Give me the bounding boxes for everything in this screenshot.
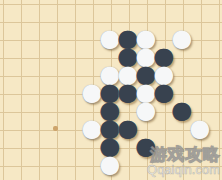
board-intersection[interactable] [157,121,175,139]
board-intersection[interactable] [31,13,49,31]
board-intersection[interactable] [157,0,175,13]
board-intersection[interactable] [67,31,85,49]
board-intersection[interactable] [121,157,139,175]
board-intersection[interactable] [67,49,85,67]
board-intersection[interactable] [67,157,85,175]
board-grid[interactable]: ●●●●●●●●●●●●●●●●●●●●●●●●●● [0,0,222,175]
board-intersection[interactable] [13,13,31,31]
board-intersection[interactable] [0,85,13,103]
white-stone: ● [101,29,119,47]
board-intersection[interactable] [31,103,49,121]
board-intersection[interactable] [0,0,13,13]
board-intersection[interactable] [49,103,67,121]
board-intersection[interactable] [49,157,67,175]
board-intersection[interactable] [103,0,121,13]
board-intersection[interactable] [175,49,193,67]
white-stone: ● [101,155,119,173]
board-intersection[interactable] [49,85,67,103]
white-stone: ● [173,29,191,47]
board-intersection[interactable] [13,85,31,103]
board-intersection[interactable] [175,139,193,157]
board-intersection[interactable]: ● [175,31,193,49]
board-intersection[interactable] [31,85,49,103]
board-intersection[interactable] [0,13,13,31]
board-intersection[interactable] [13,31,31,49]
board-intersection[interactable] [49,121,67,139]
board-intersection[interactable] [157,139,175,157]
board-intersection[interactable] [31,157,49,175]
black-stone: ● [119,83,137,101]
board-intersection[interactable] [139,0,157,13]
board-intersection[interactable] [31,67,49,85]
board-intersection[interactable] [211,103,222,121]
board-intersection[interactable] [175,67,193,85]
white-stone: ● [137,101,155,119]
board-intersection[interactable] [13,139,31,157]
board-intersection[interactable] [193,13,211,31]
board-intersection[interactable] [31,121,49,139]
board-intersection[interactable] [67,139,85,157]
board-intersection[interactable] [211,13,222,31]
black-stone: ● [137,137,155,155]
black-stone: ● [119,119,137,137]
board-intersection[interactable] [31,0,49,13]
board-intersection[interactable] [157,157,175,175]
board-intersection[interactable] [211,0,222,13]
board-intersection[interactable] [0,139,13,157]
board-intersection[interactable] [0,67,13,85]
board-intersection[interactable] [193,31,211,49]
board-intersection[interactable] [49,67,67,85]
board-intersection[interactable] [121,0,139,13]
black-stone: ● [173,101,191,119]
board-intersection[interactable] [211,31,222,49]
board-intersection[interactable]: ● [139,139,157,157]
board-intersection[interactable] [67,0,85,13]
board-intersection[interactable] [49,0,67,13]
board-intersection[interactable] [0,49,13,67]
white-stone: ● [83,119,101,137]
board-intersection[interactable] [175,0,193,13]
board-intersection[interactable] [211,49,222,67]
board-intersection[interactable] [13,157,31,175]
board-intersection[interactable] [13,67,31,85]
board-intersection[interactable] [31,31,49,49]
board-intersection[interactable] [193,0,211,13]
board-intersection[interactable] [0,121,13,139]
board-intersection[interactable] [49,139,67,157]
board-intersection[interactable] [211,121,222,139]
board-intersection[interactable] [193,139,211,157]
board-intersection[interactable] [211,67,222,85]
board-intersection[interactable] [193,85,211,103]
board-intersection[interactable] [13,0,31,13]
board-intersection[interactable] [0,103,13,121]
board-intersection[interactable] [139,157,157,175]
board-intersection[interactable] [13,49,31,67]
board-intersection[interactable] [0,31,13,49]
board-intersection[interactable]: ● [139,103,157,121]
board-intersection[interactable] [193,49,211,67]
board-intersection[interactable] [13,103,31,121]
board-intersection[interactable] [211,85,222,103]
board-intersection[interactable]: ● [193,121,211,139]
board-intersection[interactable] [85,0,103,13]
board-intersection[interactable] [211,139,222,157]
board-intersection[interactable] [49,49,67,67]
board-intersection[interactable] [13,121,31,139]
board-intersection[interactable] [193,157,211,175]
board-intersection[interactable] [175,157,193,175]
white-stone: ● [191,119,209,137]
white-stone: ● [83,83,101,101]
black-stone: ● [155,83,173,101]
board-intersection[interactable] [31,139,49,157]
board-intersection[interactable] [193,67,211,85]
board-intersection[interactable] [49,13,67,31]
board-intersection[interactable] [31,49,49,67]
board-intersection[interactable]: ● [103,157,121,175]
board-intersection[interactable] [0,157,13,175]
gomoku-board: ●●●●●●●●●●●●●●●●●●●●●●●●●● 游戏攻略 Qqaiqin.… [0,0,222,180]
star-point [53,126,58,131]
board-intersection[interactable] [49,31,67,49]
board-intersection[interactable] [67,13,85,31]
board-intersection[interactable] [211,157,222,175]
